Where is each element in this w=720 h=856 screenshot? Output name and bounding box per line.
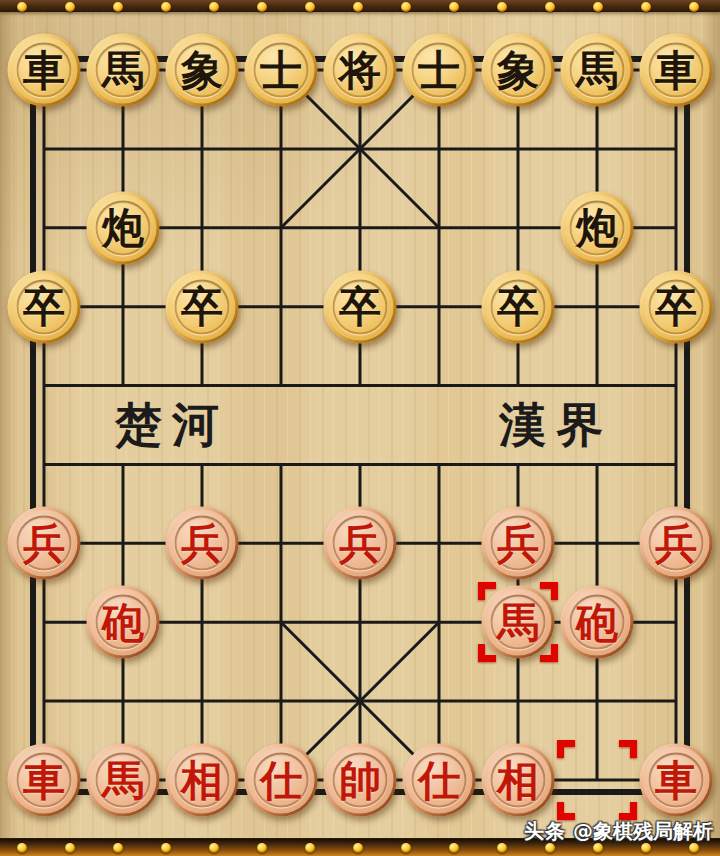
piece-glyph: 炮 bbox=[576, 207, 618, 249]
piece-glyph: 卒 bbox=[339, 286, 381, 328]
piece-glyph: 馬 bbox=[576, 49, 618, 91]
black-advisor-piece[interactable]: 士 bbox=[245, 34, 318, 107]
piece-glyph: 士 bbox=[260, 49, 302, 91]
watermark-brand: 头条 bbox=[524, 819, 566, 843]
black-cannon-piece[interactable]: 炮 bbox=[561, 191, 634, 264]
gold-stud-icon bbox=[257, 843, 267, 853]
red-chariot-piece[interactable]: 車 bbox=[640, 744, 713, 817]
gold-stud-icon bbox=[449, 843, 459, 853]
gold-stud-icon bbox=[209, 843, 219, 853]
gold-stud-icon bbox=[161, 843, 171, 853]
piece-glyph: 兵 bbox=[497, 522, 539, 564]
red-soldier-piece[interactable]: 兵 bbox=[640, 507, 713, 580]
black-chariot-piece[interactable]: 車 bbox=[8, 34, 81, 107]
gold-stud-icon bbox=[353, 2, 363, 12]
gold-stud-icon bbox=[65, 2, 75, 12]
piece-glyph: 車 bbox=[23, 759, 65, 801]
piece-glyph: 卒 bbox=[23, 286, 65, 328]
red-soldier-piece[interactable]: 兵 bbox=[166, 507, 239, 580]
piece-glyph: 兵 bbox=[181, 522, 223, 564]
marker-corner-icon bbox=[557, 740, 575, 758]
piece-glyph: 兵 bbox=[23, 522, 65, 564]
piece-glyph: 卒 bbox=[497, 286, 539, 328]
marker-corner-icon bbox=[478, 582, 496, 600]
red-advisor-piece[interactable]: 仕 bbox=[245, 744, 318, 817]
black-advisor-piece[interactable]: 士 bbox=[403, 34, 476, 107]
piece-glyph: 将 bbox=[339, 49, 381, 91]
last-move-destination-marker bbox=[478, 582, 558, 662]
black-soldier-piece[interactable]: 卒 bbox=[482, 270, 555, 343]
piece-glyph: 兵 bbox=[339, 522, 381, 564]
gold-stud-icon bbox=[257, 2, 267, 12]
last-move-origin-marker bbox=[557, 740, 637, 820]
top-studded-rail bbox=[0, 0, 720, 12]
piece-glyph: 帥 bbox=[339, 759, 381, 801]
pieces-layer: 車馬象士将士象馬車炮炮卒卒卒卒卒兵兵兵兵兵砲馬砲車馬相仕帥仕相車 bbox=[0, 0, 720, 856]
red-horse-piece[interactable]: 馬 bbox=[87, 744, 160, 817]
black-cannon-piece[interactable]: 炮 bbox=[87, 191, 160, 264]
red-advisor-piece[interactable]: 仕 bbox=[403, 744, 476, 817]
black-soldier-piece[interactable]: 卒 bbox=[166, 270, 239, 343]
black-horse-piece[interactable]: 馬 bbox=[87, 34, 160, 107]
gold-stud-icon bbox=[689, 2, 699, 12]
piece-glyph: 車 bbox=[23, 49, 65, 91]
red-soldier-piece[interactable]: 兵 bbox=[482, 507, 555, 580]
black-soldier-piece[interactable]: 卒 bbox=[324, 270, 397, 343]
xiangqi-board: 楚河 漢界 車馬象士将士象馬車炮炮卒卒卒卒卒兵兵兵兵兵砲馬砲車馬相仕帥仕相車 头… bbox=[0, 0, 720, 856]
piece-glyph: 象 bbox=[497, 49, 539, 91]
red-elephant-piece[interactable]: 相 bbox=[166, 744, 239, 817]
marker-corner-icon bbox=[540, 644, 558, 662]
black-chariot-piece[interactable]: 車 bbox=[640, 34, 713, 107]
red-soldier-piece[interactable]: 兵 bbox=[8, 507, 81, 580]
piece-glyph: 馬 bbox=[102, 49, 144, 91]
gold-stud-icon bbox=[209, 2, 219, 12]
marker-corner-icon bbox=[478, 644, 496, 662]
red-elephant-piece[interactable]: 相 bbox=[482, 744, 555, 817]
black-soldier-piece[interactable]: 卒 bbox=[8, 270, 81, 343]
gold-stud-icon bbox=[113, 2, 123, 12]
piece-glyph: 相 bbox=[497, 759, 539, 801]
piece-glyph: 仕 bbox=[260, 759, 302, 801]
gold-stud-icon bbox=[305, 2, 315, 12]
gold-stud-icon bbox=[113, 843, 123, 853]
marker-corner-icon bbox=[540, 582, 558, 600]
black-elephant-piece[interactable]: 象 bbox=[482, 34, 555, 107]
piece-glyph: 車 bbox=[655, 759, 697, 801]
red-chariot-piece[interactable]: 車 bbox=[8, 744, 81, 817]
watermark: 头条@象棋残局解析 bbox=[524, 818, 713, 845]
gold-stud-icon bbox=[401, 843, 411, 853]
piece-glyph: 士 bbox=[418, 49, 460, 91]
black-general-piece[interactable]: 将 bbox=[324, 34, 397, 107]
piece-glyph: 兵 bbox=[655, 522, 697, 564]
gold-stud-icon bbox=[497, 2, 507, 12]
piece-glyph: 炮 bbox=[102, 207, 144, 249]
watermark-handle: @象棋残局解析 bbox=[573, 819, 713, 843]
black-soldier-piece[interactable]: 卒 bbox=[640, 270, 713, 343]
piece-glyph: 砲 bbox=[576, 601, 618, 643]
red-soldier-piece[interactable]: 兵 bbox=[324, 507, 397, 580]
piece-glyph: 相 bbox=[181, 759, 223, 801]
gold-stud-icon bbox=[305, 843, 315, 853]
gold-stud-icon bbox=[449, 2, 459, 12]
black-elephant-piece[interactable]: 象 bbox=[166, 34, 239, 107]
gold-stud-icon bbox=[545, 2, 555, 12]
piece-glyph: 卒 bbox=[181, 286, 223, 328]
gold-stud-icon bbox=[401, 2, 411, 12]
piece-glyph: 馬 bbox=[102, 759, 144, 801]
piece-glyph: 象 bbox=[181, 49, 223, 91]
piece-glyph: 仕 bbox=[418, 759, 460, 801]
marker-corner-icon bbox=[619, 740, 637, 758]
piece-glyph: 卒 bbox=[655, 286, 697, 328]
gold-stud-icon bbox=[161, 2, 171, 12]
gold-stud-icon bbox=[17, 843, 27, 853]
gold-stud-icon bbox=[641, 2, 651, 12]
piece-glyph: 砲 bbox=[102, 601, 144, 643]
piece-glyph: 車 bbox=[655, 49, 697, 91]
black-horse-piece[interactable]: 馬 bbox=[561, 34, 634, 107]
gold-stud-icon bbox=[65, 843, 75, 853]
red-general-piece[interactable]: 帥 bbox=[324, 744, 397, 817]
gold-stud-icon bbox=[497, 843, 507, 853]
gold-stud-icon bbox=[593, 2, 603, 12]
gold-stud-icon bbox=[353, 843, 363, 853]
red-cannon-piece[interactable]: 砲 bbox=[87, 586, 160, 659]
gold-stud-icon bbox=[17, 2, 27, 12]
red-cannon-piece[interactable]: 砲 bbox=[561, 586, 634, 659]
